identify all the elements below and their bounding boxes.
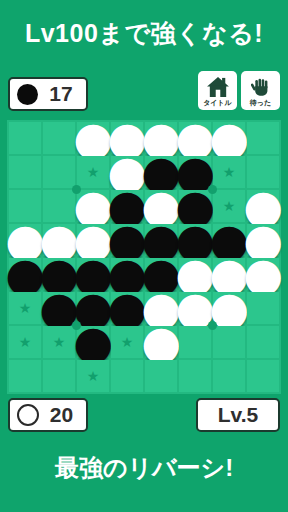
- board-cell-e7[interactable]: ●: [145, 326, 177, 358]
- board-cell-e1[interactable]: ●: [145, 122, 177, 154]
- board-cell-a7[interactable]: ★: [9, 326, 41, 358]
- title-button[interactable]: タイトル: [198, 71, 237, 110]
- black-disc-icon: [17, 84, 38, 105]
- board-cell-f2[interactable]: ●: [179, 156, 211, 188]
- level-badge: Lv.5: [196, 398, 280, 432]
- board-cell-g3[interactable]: ★: [213, 190, 245, 222]
- black-disc: ●: [107, 285, 147, 331]
- black-disc: ●: [175, 217, 215, 263]
- undo-button[interactable]: 待った: [241, 71, 280, 110]
- board-cell-a3[interactable]: [9, 190, 41, 222]
- move-hint-star[interactable]: ★: [223, 199, 236, 213]
- black-disc: ●: [107, 251, 147, 297]
- board-cell-e3[interactable]: ●: [145, 190, 177, 222]
- move-hint-star[interactable]: ★: [121, 335, 134, 349]
- board-cell-d2[interactable]: ●: [111, 156, 143, 188]
- white-disc: ●: [107, 149, 147, 195]
- board-cell-e2[interactable]: ●: [145, 156, 177, 188]
- board-cell-f4[interactable]: ●: [179, 224, 211, 256]
- white-disc: ●: [39, 217, 79, 263]
- black-score-value: 17: [38, 82, 86, 106]
- board-cell-a5[interactable]: ●: [9, 258, 41, 290]
- white-disc-icon: [17, 404, 39, 426]
- board-cell-c5[interactable]: ●: [77, 258, 109, 290]
- white-disc: ●: [243, 217, 283, 263]
- board-cell-h3[interactable]: ●: [247, 190, 279, 222]
- white-score-value: 20: [39, 403, 86, 427]
- board-cell-h1[interactable]: [247, 122, 279, 154]
- top-banner: Lv100まで強くなる!: [0, 17, 288, 50]
- white-disc: ●: [141, 183, 181, 229]
- black-disc: ●: [141, 251, 181, 297]
- white-disc: ●: [107, 115, 147, 161]
- board-cell-h5[interactable]: ●: [247, 258, 279, 290]
- board-cell-a6[interactable]: ★: [9, 292, 41, 324]
- board-cell-b4[interactable]: ●: [43, 224, 75, 256]
- board-cell-c7[interactable]: ●: [77, 326, 109, 358]
- board-cell-b3[interactable]: [43, 190, 75, 222]
- black-disc: ●: [107, 217, 147, 263]
- white-disc: ●: [73, 115, 113, 161]
- board-cell-b8[interactable]: [43, 360, 75, 392]
- black-disc: ●: [209, 217, 249, 263]
- board-cell-g6[interactable]: ●: [213, 292, 245, 324]
- white-disc: ●: [141, 285, 181, 331]
- board-cell-f8[interactable]: [179, 360, 211, 392]
- board-cell-d5[interactable]: ●: [111, 258, 143, 290]
- move-hint-star[interactable]: ★: [223, 165, 236, 179]
- board-star-point: [72, 321, 81, 330]
- board-cell-e8[interactable]: [145, 360, 177, 392]
- board-cell-b7[interactable]: ★: [43, 326, 75, 358]
- board-cell-c1[interactable]: ●: [77, 122, 109, 154]
- white-disc: ●: [5, 217, 45, 263]
- board-cell-g2[interactable]: ★: [213, 156, 245, 188]
- board-cell-b5[interactable]: ●: [43, 258, 75, 290]
- board-cell-g7[interactable]: [213, 326, 245, 358]
- black-disc: ●: [5, 251, 45, 297]
- move-hint-star[interactable]: ★: [19, 335, 32, 349]
- white-disc: ●: [73, 217, 113, 263]
- board-cell-g5[interactable]: ●: [213, 258, 245, 290]
- board-cell-d8[interactable]: [111, 360, 143, 392]
- white-disc: ●: [209, 251, 249, 297]
- board-cell-f5[interactable]: ●: [179, 258, 211, 290]
- board-cell-e6[interactable]: ●: [145, 292, 177, 324]
- board-cell-e4[interactable]: ●: [145, 224, 177, 256]
- title-button-label: タイトル: [203, 99, 232, 106]
- white-disc: ●: [209, 115, 249, 161]
- board-cell-d1[interactable]: ●: [111, 122, 143, 154]
- black-disc: ●: [141, 217, 181, 263]
- board-cell-a8[interactable]: [9, 360, 41, 392]
- home-icon: [207, 77, 229, 97]
- white-disc: ●: [175, 115, 215, 161]
- board-cell-f7[interactable]: [179, 326, 211, 358]
- bottom-banner: 最強のリバーシ!: [0, 452, 288, 484]
- board-cell-c2[interactable]: ★: [77, 156, 109, 188]
- board-cell-a1[interactable]: [9, 122, 41, 154]
- black-disc: ●: [141, 149, 181, 195]
- board-cell-f1[interactable]: ●: [179, 122, 211, 154]
- board-cell-c4[interactable]: ●: [77, 224, 109, 256]
- board-star-point: [72, 185, 81, 194]
- board-cell-g4[interactable]: ●: [213, 224, 245, 256]
- board-cell-d6[interactable]: ●: [111, 292, 143, 324]
- board-cell-f6[interactable]: ●: [179, 292, 211, 324]
- board-cell-e5[interactable]: ●: [145, 258, 177, 290]
- board-cell-h4[interactable]: ●: [247, 224, 279, 256]
- white-disc: ●: [243, 183, 283, 229]
- board-cell-h7[interactable]: [247, 326, 279, 358]
- board-star-point: [208, 321, 217, 330]
- black-disc: ●: [107, 183, 147, 229]
- black-disc: ●: [73, 251, 113, 297]
- white-score-panel: 20: [8, 398, 88, 432]
- board-cell-b6[interactable]: ●: [43, 292, 75, 324]
- black-disc: ●: [39, 251, 79, 297]
- board-cell-d3[interactable]: ●: [111, 190, 143, 222]
- board-cell-d4[interactable]: ●: [111, 224, 143, 256]
- move-hint-star[interactable]: ★: [87, 165, 100, 179]
- board-cell-a4[interactable]: ●: [9, 224, 41, 256]
- board-cell-b1[interactable]: [43, 122, 75, 154]
- move-hint-star[interactable]: ★: [19, 301, 32, 315]
- white-disc: ●: [141, 115, 181, 161]
- board-cell-h6[interactable]: [247, 292, 279, 324]
- app-screen: Lv100まで強くなる! 17 タイトル: [0, 0, 288, 512]
- board-star-point: [208, 185, 217, 194]
- hand-icon: [251, 77, 271, 97]
- white-disc: ●: [175, 251, 215, 297]
- board-cell-c8[interactable]: ★: [77, 360, 109, 392]
- black-score-panel: 17: [8, 77, 88, 111]
- move-hint-star[interactable]: ★: [53, 335, 66, 349]
- board-cell-c6[interactable]: ●: [77, 292, 109, 324]
- board-cell-h8[interactable]: [247, 360, 279, 392]
- othello-board: ●●●●●★●●●★●●●●★●●●●●●●●●●●●●●●●●★●●●●●●★…: [7, 120, 281, 394]
- board-cell-b2[interactable]: [43, 156, 75, 188]
- board-cell-g1[interactable]: ●: [213, 122, 245, 154]
- board-cell-f3[interactable]: ●: [179, 190, 211, 222]
- move-hint-star[interactable]: ★: [87, 369, 100, 383]
- board-cell-h2[interactable]: [247, 156, 279, 188]
- board-cell-c3[interactable]: ●: [77, 190, 109, 222]
- undo-button-label: 待った: [250, 99, 271, 106]
- white-disc: ●: [243, 251, 283, 297]
- board-cell-g8[interactable]: [213, 360, 245, 392]
- white-disc: ●: [141, 319, 181, 365]
- board-cell-a2[interactable]: [9, 156, 41, 188]
- board-cell-d7[interactable]: ★: [111, 326, 143, 358]
